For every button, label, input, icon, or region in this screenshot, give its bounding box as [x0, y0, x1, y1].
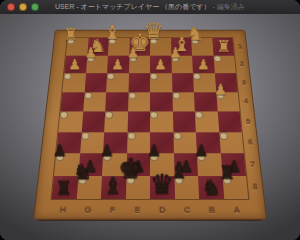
square-b1[interactable]: ♞	[191, 38, 199, 44]
file-label-c: C	[175, 202, 200, 218]
rank-label-2: 2	[235, 55, 249, 73]
black-knight[interactable]: ♞	[72, 160, 91, 181]
square-f4[interactable]	[105, 92, 128, 112]
window-title-edited-badge: - 編集済み	[211, 3, 245, 10]
square-g2[interactable]: ♟	[86, 55, 94, 61]
square-c6[interactable]	[173, 132, 181, 139]
minimize-button[interactable]	[19, 3, 27, 11]
square-d4[interactable]	[150, 92, 172, 112]
board-grid: ♜♞♝♚♛♝♞♜♟♟♟♟♟♟♟♟♟♟♟♟♟♟♟♟♜♞♝♚♛♝♞♜	[52, 38, 249, 199]
square-h5[interactable]	[60, 111, 69, 118]
file-label-a: A	[224, 202, 250, 218]
file-label-g: G	[75, 202, 101, 218]
white-pawn[interactable]: ♟	[69, 58, 82, 72]
rank-label-1: 1	[233, 38, 247, 55]
file-label-d: D	[150, 202, 175, 218]
square-g8[interactable]: ♞	[77, 176, 86, 184]
chess-app-window: USER - オートマッチプレイヤー （黒の番です） - 編集済み ♜♞♝♚♛♝…	[0, 0, 300, 240]
white-pawn[interactable]: ♟	[197, 58, 210, 72]
file-label-h: H	[50, 202, 76, 218]
square-e2[interactable]: ♟	[129, 55, 137, 61]
square-f1[interactable]: ♝	[109, 38, 117, 44]
square-a2[interactable]	[213, 55, 221, 61]
file-label-e: E	[125, 202, 150, 218]
white-rook[interactable]: ♜	[63, 26, 78, 43]
square-e8[interactable]: ♚	[126, 176, 135, 184]
black-rook[interactable]: ♜	[55, 178, 73, 198]
file-labels: HGFEDCBA	[50, 202, 250, 218]
square-c2[interactable]: ♟	[171, 55, 179, 61]
square-e5[interactable]	[127, 111, 150, 131]
title-bar[interactable]: USER - オートマッチプレイヤー （黒の番です） - 編集済み	[0, 0, 300, 15]
black-pawn[interactable]: ♟	[194, 143, 208, 159]
rank-label-4: 4	[239, 92, 254, 112]
white-rook[interactable]: ♜	[216, 38, 231, 55]
square-c4[interactable]	[172, 92, 180, 99]
rank-label-8: 8	[247, 176, 264, 199]
black-pawn[interactable]: ♟	[53, 143, 67, 159]
game-background: ♜♞♝♚♛♝♞♜♟♟♟♟♟♟♟♟♟♟♟♟♟♟♟♟♜♞♝♚♛♝♞♜ HGFEDCB…	[0, 14, 300, 240]
white-pawn[interactable]: ♟	[154, 58, 167, 72]
square-e3[interactable]	[128, 73, 150, 92]
black-bishop[interactable]: ♝	[103, 175, 124, 198]
rank-label-7: 7	[245, 153, 261, 175]
square-a5[interactable]	[217, 111, 241, 131]
white-pawn[interactable]: ♟	[169, 46, 182, 60]
chess-board[interactable]: ♜♞♝♚♛♝♞♜♟♟♟♟♟♟♟♟♟♟♟♟♟♟♟♟♜♞♝♚♛♝♞♜ HGFEDCB…	[33, 30, 267, 220]
square-a1[interactable]: ♜	[212, 38, 234, 55]
square-d7[interactable]: ♟	[150, 153, 158, 161]
window-title: USER - オートマッチプレイヤー （黒の番です） - 編集済み	[55, 0, 245, 14]
white-pawn[interactable]: ♟	[126, 46, 139, 60]
square-a6[interactable]	[219, 132, 228, 139]
square-g4[interactable]	[84, 92, 92, 99]
square-g3[interactable]	[84, 73, 107, 92]
board-scene: ♜♞♝♚♛♝♞♜♟♟♟♟♟♟♟♟♟♟♟♟♟♟♟♟♜♞♝♚♛♝♞♜ HGFEDCB…	[0, 14, 300, 240]
square-d3[interactable]	[150, 73, 158, 80]
black-pawn[interactable]: ♟	[100, 143, 114, 159]
rank-label-6: 6	[243, 132, 259, 153]
board-front-edge	[36, 219, 263, 221]
square-c5[interactable]	[172, 111, 195, 131]
square-f5[interactable]	[105, 111, 113, 118]
white-pawn[interactable]: ♟	[84, 46, 97, 60]
black-knight[interactable]: ♞	[202, 176, 222, 198]
square-b5[interactable]	[195, 111, 203, 118]
zoom-button[interactable]	[31, 3, 39, 11]
square-g5[interactable]	[81, 111, 105, 131]
square-h3[interactable]	[63, 73, 71, 80]
white-pawn[interactable]: ♟	[213, 82, 226, 97]
square-g6[interactable]	[81, 132, 90, 139]
white-pawn[interactable]: ♟	[111, 58, 124, 72]
square-e6[interactable]	[127, 132, 135, 139]
square-d1[interactable]: ♛	[150, 38, 157, 44]
black-pawn[interactable]: ♟	[147, 143, 161, 159]
black-queen[interactable]: ♛	[150, 171, 174, 198]
square-f2[interactable]: ♟	[107, 55, 129, 73]
square-b2[interactable]: ♟	[192, 55, 214, 73]
square-d5[interactable]	[150, 111, 158, 118]
square-h4[interactable]	[60, 92, 84, 112]
square-f3[interactable]	[107, 73, 115, 80]
square-c3[interactable]	[171, 73, 193, 92]
square-f8[interactable]: ♝	[101, 176, 126, 199]
rank-label-5: 5	[241, 111, 256, 131]
close-button[interactable]	[7, 3, 15, 11]
white-bishop[interactable]: ♝	[104, 23, 121, 42]
square-b3[interactable]	[193, 73, 201, 80]
square-b8[interactable]: ♞	[198, 176, 224, 199]
square-h1[interactable]: ♜	[67, 38, 75, 44]
square-d8[interactable]: ♛	[150, 176, 175, 199]
square-e4[interactable]	[128, 92, 136, 99]
file-label-b: B	[199, 202, 225, 218]
rank-label-3: 3	[237, 73, 252, 92]
square-f7[interactable]: ♟	[103, 153, 112, 161]
square-b7[interactable]: ♟	[197, 153, 206, 161]
square-c8[interactable]: ♝	[174, 176, 183, 184]
traffic-lights	[7, 0, 39, 14]
square-a4[interactable]: ♟	[216, 92, 224, 99]
file-label-f: F	[100, 202, 125, 218]
square-h7[interactable]: ♟	[55, 153, 64, 161]
square-a8[interactable]: ♜	[222, 176, 231, 184]
window-title-main: USER - オートマッチプレイヤー （黒の番です）	[55, 3, 211, 10]
